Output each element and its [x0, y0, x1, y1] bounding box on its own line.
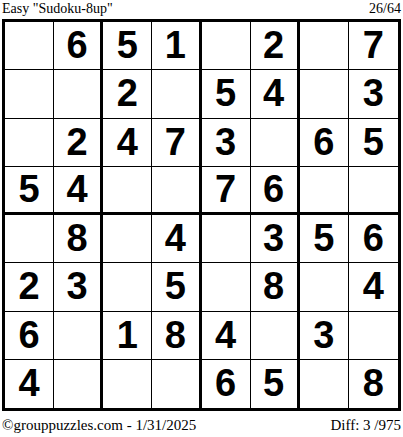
cell-r6c3	[103, 263, 152, 311]
cell-r8c2	[54, 360, 103, 408]
cell-r2c3: 2	[103, 70, 152, 118]
cell-r6c4: 5	[152, 263, 201, 311]
cell-r3c7: 6	[300, 119, 349, 167]
cell-r7c8	[349, 312, 398, 360]
header: Easy "Sudoku-8up" 26/64	[2, 0, 401, 18]
cell-r3c1	[5, 119, 54, 167]
cell-r3c6	[251, 119, 300, 167]
puzzle-title: Easy "Sudoku-8up"	[2, 0, 113, 17]
cell-r6c7	[300, 263, 349, 311]
cell-r8c4	[152, 360, 201, 408]
cell-r4c8	[349, 167, 398, 215]
cell-r4c4	[152, 167, 201, 215]
cell-r3c4: 7	[152, 119, 201, 167]
cell-r3c3: 4	[103, 119, 152, 167]
cell-r2c4	[152, 70, 201, 118]
sudoku-page: Easy "Sudoku-8up" 26/64 6512725432473655…	[0, 0, 403, 437]
cell-r6c6: 8	[251, 263, 300, 311]
cell-r4c6: 6	[251, 167, 300, 215]
cell-r7c1: 6	[5, 312, 54, 360]
cell-r3c5: 3	[202, 119, 251, 167]
cell-r7c3: 1	[103, 312, 152, 360]
cell-r5c1	[5, 215, 54, 263]
cell-r4c2: 4	[54, 167, 103, 215]
cell-r3c8: 5	[349, 119, 398, 167]
footer: ©grouppuzzles.com - 1/31/2025 Diff: 3 /9…	[2, 416, 401, 434]
cell-r4c1: 5	[5, 167, 54, 215]
cell-r6c1: 2	[5, 263, 54, 311]
cell-r7c6	[251, 312, 300, 360]
cell-r1c3: 5	[103, 22, 152, 70]
cell-r5c7: 5	[300, 215, 349, 263]
cell-r5c5	[202, 215, 251, 263]
cell-r2c7	[300, 70, 349, 118]
cell-r7c5: 4	[202, 312, 251, 360]
cell-r1c5	[202, 22, 251, 70]
copyright-text: ©grouppuzzles.com - 1/31/2025	[2, 416, 196, 434]
cell-r5c2: 8	[54, 215, 103, 263]
cell-r8c7	[300, 360, 349, 408]
cell-r6c8: 4	[349, 263, 398, 311]
cell-r6c2: 3	[54, 263, 103, 311]
cell-r2c5: 5	[202, 70, 251, 118]
cell-r1c7	[300, 22, 349, 70]
cell-r8c5: 6	[202, 360, 251, 408]
cell-r4c3	[103, 167, 152, 215]
cell-r4c7	[300, 167, 349, 215]
cell-r6c5	[202, 263, 251, 311]
cell-r2c6: 4	[251, 70, 300, 118]
cell-r7c7: 3	[300, 312, 349, 360]
cell-r4c5: 7	[202, 167, 251, 215]
cell-r1c6: 2	[251, 22, 300, 70]
cell-r5c8: 6	[349, 215, 398, 263]
cell-r8c3	[103, 360, 152, 408]
cell-r2c1	[5, 70, 54, 118]
cell-r3c2: 2	[54, 119, 103, 167]
cell-r8c1: 4	[5, 360, 54, 408]
sudoku-board: 65127254324736554768435623584618434658	[2, 19, 401, 411]
cell-r8c6: 5	[251, 360, 300, 408]
cell-r5c4: 4	[152, 215, 201, 263]
difficulty-text: Diff: 3 /975	[330, 416, 401, 434]
cell-r1c4: 1	[152, 22, 201, 70]
cell-r2c8: 3	[349, 70, 398, 118]
cell-r7c4: 8	[152, 312, 201, 360]
cell-r5c6: 3	[251, 215, 300, 263]
cell-r5c3	[103, 215, 152, 263]
cell-r2c2	[54, 70, 103, 118]
cell-r1c2: 6	[54, 22, 103, 70]
cell-r8c8: 8	[349, 360, 398, 408]
cell-r1c1	[5, 22, 54, 70]
cell-r1c8: 7	[349, 22, 398, 70]
givens-counter: 26/64	[369, 0, 401, 17]
cell-r7c2	[54, 312, 103, 360]
